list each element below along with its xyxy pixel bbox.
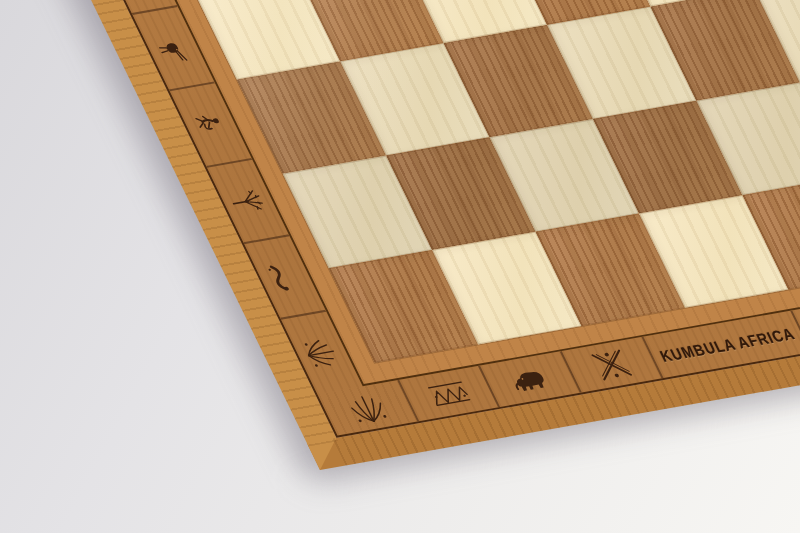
photo-scene: KUMBULA AFRICA [0,0,800,533]
